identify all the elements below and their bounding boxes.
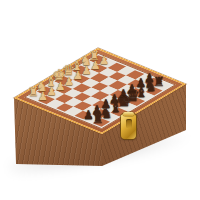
latch-hinge-icon [123,112,134,116]
chess-box-product-photo: ♜♟♟♜♞♟♟♞♝♟♟♝♛♟♟♛♚♟♟♚♝♟♟♝♞♟♟♞♜♟♟♜ [0,0,200,200]
latch-keyhole-icon [126,119,132,128]
brass-latch [121,114,136,139]
square-h8: ♜ [92,118,110,127]
